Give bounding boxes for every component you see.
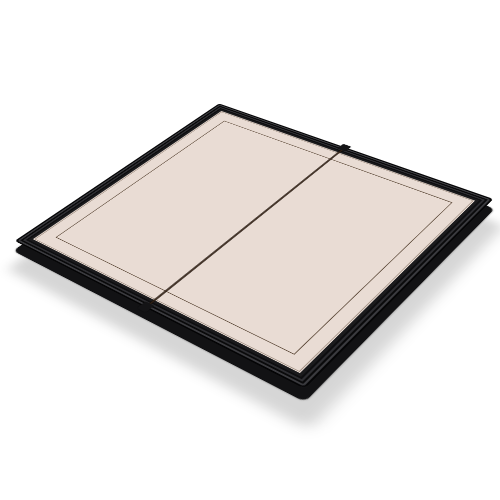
folding-checkers-board [14, 103, 493, 388]
board-scene [84, 50, 424, 390]
